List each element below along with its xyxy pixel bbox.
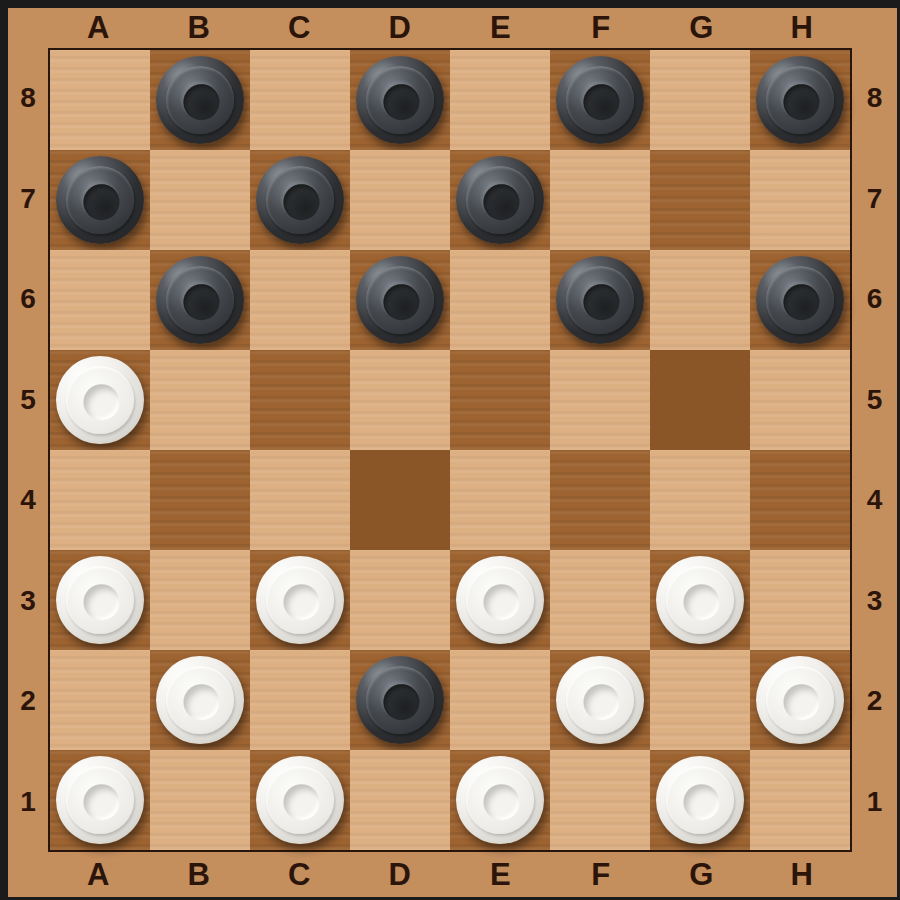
file-label-e-bottom: E xyxy=(450,852,551,897)
square-d5 xyxy=(350,350,450,450)
square-h7 xyxy=(750,150,850,250)
square-g7[interactable] xyxy=(650,150,750,250)
white-man-c1[interactable] xyxy=(256,756,344,844)
file-label-f-top: F xyxy=(551,8,652,48)
black-man-e7[interactable] xyxy=(456,156,544,244)
square-g8 xyxy=(650,50,750,150)
square-b7 xyxy=(150,150,250,250)
rank-label-3-right: 3 xyxy=(852,551,897,652)
square-h4[interactable] xyxy=(750,450,850,550)
file-label-b-top: B xyxy=(149,8,250,48)
square-a4 xyxy=(50,450,150,550)
black-man-f6[interactable] xyxy=(556,256,644,344)
file-label-d-top: D xyxy=(350,8,451,48)
rank-label-5-right: 5 xyxy=(852,350,897,451)
white-man-f2[interactable] xyxy=(556,656,644,744)
square-d7 xyxy=(350,150,450,250)
square-b4[interactable] xyxy=(150,450,250,550)
file-label-c-bottom: C xyxy=(249,852,350,897)
square-b2[interactable] xyxy=(150,650,250,750)
rank-label-5-left: 5 xyxy=(8,350,48,451)
black-man-d2[interactable] xyxy=(356,656,444,744)
square-g3[interactable] xyxy=(650,550,750,650)
board xyxy=(48,48,852,852)
square-d1 xyxy=(350,750,450,850)
rank-label-1-right: 1 xyxy=(852,752,897,853)
file-labels-bottom: ABCDEFGH xyxy=(48,852,852,897)
file-label-c-top: C xyxy=(249,8,350,48)
file-label-f-bottom: F xyxy=(551,852,652,897)
rank-label-3-left: 3 xyxy=(8,551,48,652)
file-label-h-bottom: H xyxy=(752,852,853,897)
rank-label-2-left: 2 xyxy=(8,651,48,752)
square-e6 xyxy=(450,250,550,350)
black-man-b6[interactable] xyxy=(156,256,244,344)
square-c3[interactable] xyxy=(250,550,350,650)
white-man-a1[interactable] xyxy=(56,756,144,844)
white-man-a5[interactable] xyxy=(56,356,144,444)
rank-label-7-right: 7 xyxy=(852,149,897,250)
white-man-c3[interactable] xyxy=(256,556,344,644)
white-man-g1[interactable] xyxy=(656,756,744,844)
square-c2 xyxy=(250,650,350,750)
square-a3[interactable] xyxy=(50,550,150,650)
square-a8 xyxy=(50,50,150,150)
square-f4[interactable] xyxy=(550,450,650,550)
square-e5[interactable] xyxy=(450,350,550,450)
black-man-c7[interactable] xyxy=(256,156,344,244)
square-f2[interactable] xyxy=(550,650,650,750)
rank-label-6-left: 6 xyxy=(8,249,48,350)
file-label-b-bottom: B xyxy=(149,852,250,897)
square-b8[interactable] xyxy=(150,50,250,150)
rank-label-1-left: 1 xyxy=(8,752,48,853)
white-man-a3[interactable] xyxy=(56,556,144,644)
square-d8[interactable] xyxy=(350,50,450,150)
square-g1[interactable] xyxy=(650,750,750,850)
white-man-e3[interactable] xyxy=(456,556,544,644)
file-label-h-top: H xyxy=(752,8,853,48)
square-a5[interactable] xyxy=(50,350,150,450)
square-f1 xyxy=(550,750,650,850)
square-b6[interactable] xyxy=(150,250,250,350)
file-label-g-bottom: G xyxy=(651,852,752,897)
square-a7[interactable] xyxy=(50,150,150,250)
square-h5 xyxy=(750,350,850,450)
square-d2[interactable] xyxy=(350,650,450,750)
square-f3 xyxy=(550,550,650,650)
square-e7[interactable] xyxy=(450,150,550,250)
square-e3[interactable] xyxy=(450,550,550,650)
square-h2[interactable] xyxy=(750,650,850,750)
file-label-e-top: E xyxy=(450,8,551,48)
square-f8[interactable] xyxy=(550,50,650,150)
rank-label-2-right: 2 xyxy=(852,651,897,752)
square-b5 xyxy=(150,350,250,450)
file-label-a-bottom: A xyxy=(48,852,149,897)
rank-label-4-left: 4 xyxy=(8,450,48,551)
file-labels-top: ABCDEFGH xyxy=(48,8,852,48)
black-man-f8[interactable] xyxy=(556,56,644,144)
square-h1 xyxy=(750,750,850,850)
square-g5[interactable] xyxy=(650,350,750,450)
black-man-a7[interactable] xyxy=(56,156,144,244)
rank-labels-right: 87654321 xyxy=(852,48,897,852)
black-man-b8[interactable] xyxy=(156,56,244,144)
black-man-h8[interactable] xyxy=(756,56,844,144)
square-b1 xyxy=(150,750,250,850)
square-d6[interactable] xyxy=(350,250,450,350)
square-a6 xyxy=(50,250,150,350)
square-e4 xyxy=(450,450,550,550)
file-label-g-top: G xyxy=(651,8,752,48)
black-man-d6[interactable] xyxy=(356,256,444,344)
square-f6[interactable] xyxy=(550,250,650,350)
black-man-h6[interactable] xyxy=(756,256,844,344)
white-man-g3[interactable] xyxy=(656,556,744,644)
white-man-b2[interactable] xyxy=(156,656,244,744)
rank-labels-left: 87654321 xyxy=(8,48,48,852)
square-d4[interactable] xyxy=(350,450,450,550)
square-c4 xyxy=(250,450,350,550)
square-g6 xyxy=(650,250,750,350)
rank-label-4-right: 4 xyxy=(852,450,897,551)
square-f7 xyxy=(550,150,650,250)
square-g4 xyxy=(650,450,750,550)
square-h8[interactable] xyxy=(750,50,850,150)
rank-label-8-left: 8 xyxy=(8,48,48,149)
file-label-d-bottom: D xyxy=(350,852,451,897)
white-man-e1[interactable] xyxy=(456,756,544,844)
checkers-diagram: ABCDEFGH 87654321 87654321 ABCDEFGH xyxy=(0,0,900,900)
square-e1[interactable] xyxy=(450,750,550,850)
white-man-h2[interactable] xyxy=(756,656,844,744)
rank-label-6-right: 6 xyxy=(852,249,897,350)
square-a2 xyxy=(50,650,150,750)
square-c8 xyxy=(250,50,350,150)
rank-label-8-right: 8 xyxy=(852,48,897,149)
square-e8 xyxy=(450,50,550,150)
square-c1[interactable] xyxy=(250,750,350,850)
square-g2 xyxy=(650,650,750,750)
square-c7[interactable] xyxy=(250,150,350,250)
square-b3 xyxy=(150,550,250,650)
square-c5[interactable] xyxy=(250,350,350,450)
square-f5 xyxy=(550,350,650,450)
square-h6[interactable] xyxy=(750,250,850,350)
square-d3 xyxy=(350,550,450,650)
square-a1[interactable] xyxy=(50,750,150,850)
square-c6 xyxy=(250,250,350,350)
square-h3 xyxy=(750,550,850,650)
black-man-d8[interactable] xyxy=(356,56,444,144)
square-e2 xyxy=(450,650,550,750)
rank-label-7-left: 7 xyxy=(8,149,48,250)
file-label-a-top: A xyxy=(48,8,149,48)
